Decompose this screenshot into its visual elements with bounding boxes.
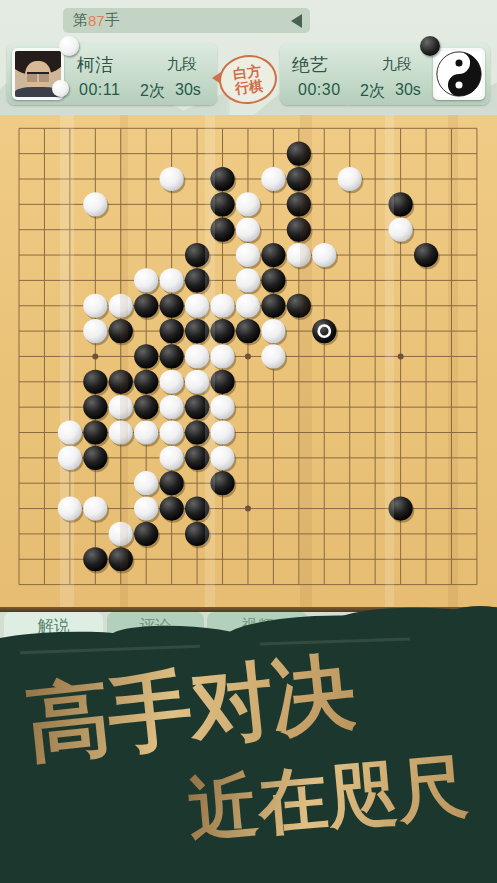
stone-white bbox=[160, 420, 184, 444]
player-white-byoyomi-seconds: 30s bbox=[175, 81, 201, 99]
rewind-icon[interactable] bbox=[291, 14, 302, 28]
move-counter-bar: 第 87 手 bbox=[63, 8, 310, 33]
player-black-rank: 九段 bbox=[382, 55, 412, 74]
stone-white bbox=[236, 192, 260, 216]
stone-black bbox=[134, 395, 158, 419]
stone-white bbox=[236, 243, 260, 267]
go-board[interactable] bbox=[0, 115, 497, 607]
stone-white bbox=[160, 370, 184, 394]
stone-white bbox=[160, 395, 184, 419]
stone-white bbox=[134, 420, 158, 444]
stone-black bbox=[134, 370, 158, 394]
black-stone-badge bbox=[420, 36, 440, 56]
stone-white bbox=[261, 167, 285, 191]
stone-black bbox=[134, 522, 158, 546]
stone-white bbox=[236, 294, 260, 318]
player-white-name: 柯洁 bbox=[77, 53, 113, 77]
stone-black bbox=[83, 547, 107, 571]
stone-black bbox=[261, 268, 285, 292]
stone-white bbox=[236, 268, 260, 292]
move-prefix: 第 bbox=[73, 11, 88, 30]
player-black-clock: 00:30 bbox=[298, 81, 341, 99]
stone-black bbox=[160, 496, 184, 520]
stone-white bbox=[160, 268, 184, 292]
turn-seal-line2: 行棋 bbox=[234, 78, 264, 96]
stone-white bbox=[312, 243, 336, 267]
stone-black bbox=[261, 294, 285, 318]
stone-black bbox=[160, 471, 184, 495]
stone-white bbox=[83, 294, 107, 318]
player-white-rank: 九段 bbox=[167, 55, 197, 74]
star-point bbox=[398, 353, 404, 359]
white-stone-badge bbox=[52, 80, 69, 97]
stone-white bbox=[134, 268, 158, 292]
stone-white bbox=[338, 167, 362, 191]
player-black-avatar[interactable] bbox=[433, 48, 485, 100]
player-black-byoyomi-periods: 2次 bbox=[360, 81, 385, 102]
app-screen: 第 87 手 柯洁 九段 00:11 2次 30s 白方 行棋 bbox=[0, 0, 497, 883]
stone-white bbox=[134, 496, 158, 520]
stone-white bbox=[134, 471, 158, 495]
stone-white bbox=[160, 167, 184, 191]
stone-white bbox=[83, 192, 107, 216]
go-board-grid bbox=[0, 115, 497, 607]
stone-black bbox=[160, 294, 184, 318]
stone-white bbox=[236, 218, 260, 242]
yinyang-icon bbox=[436, 51, 482, 97]
player-white-clock: 00:11 bbox=[79, 81, 120, 99]
star-point bbox=[245, 506, 251, 512]
star-point bbox=[245, 353, 251, 359]
player-black-byoyomi-seconds: 30s bbox=[395, 81, 421, 99]
stone-white bbox=[261, 319, 285, 343]
stone-black bbox=[134, 294, 158, 318]
move-number: 87 bbox=[88, 12, 105, 29]
white-stone-badge bbox=[59, 36, 79, 56]
player-card-black: 绝艺 九段 00:30 2次 30s bbox=[280, 43, 490, 105]
avatar-glasses bbox=[27, 72, 49, 82]
stone-black bbox=[134, 344, 158, 368]
stone-black bbox=[83, 420, 107, 444]
stone-white bbox=[261, 344, 285, 368]
stone-white bbox=[83, 496, 107, 520]
stone-black bbox=[160, 344, 184, 368]
stone-black bbox=[160, 319, 184, 343]
player-white-byoyomi-periods: 2次 bbox=[140, 81, 165, 102]
stone-black bbox=[261, 243, 285, 267]
stone-white bbox=[160, 446, 184, 470]
stone-black bbox=[83, 395, 107, 419]
star-point bbox=[92, 353, 98, 359]
stone-black bbox=[312, 319, 336, 343]
stone-black bbox=[414, 243, 438, 267]
stone-black bbox=[83, 370, 107, 394]
stone-black bbox=[83, 446, 107, 470]
move-suffix: 手 bbox=[105, 11, 120, 30]
stone-black bbox=[236, 319, 260, 343]
player-black-name: 绝艺 bbox=[292, 53, 328, 77]
stone-white bbox=[83, 319, 107, 343]
player-card-white: 柯洁 九段 00:11 2次 30s bbox=[7, 43, 217, 105]
